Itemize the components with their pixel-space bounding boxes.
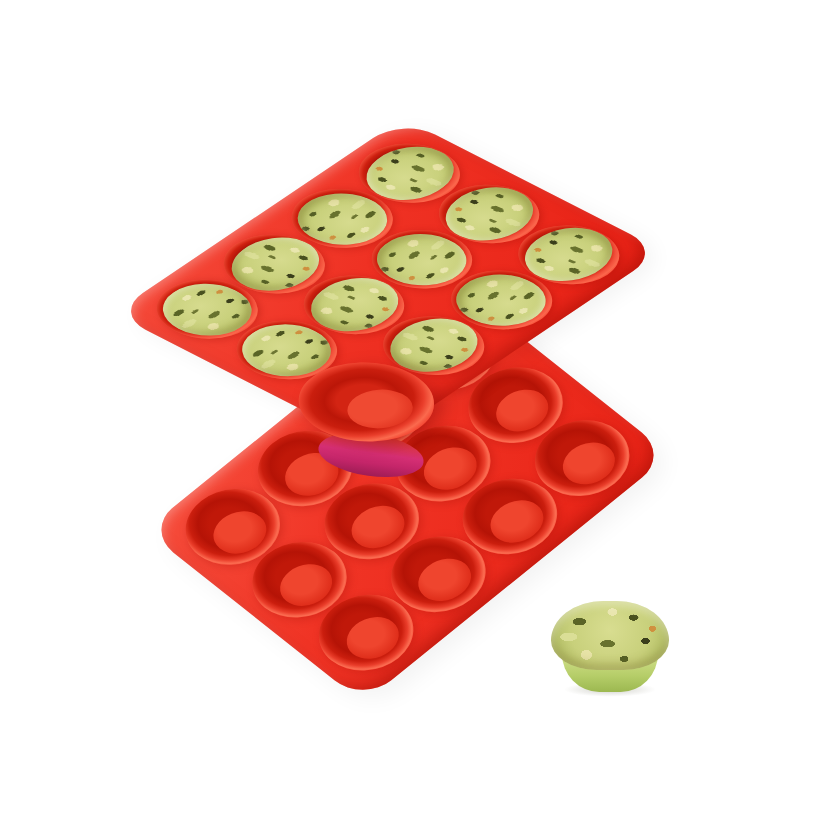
single-muffin	[551, 601, 669, 693]
product-photo-scene	[0, 0, 826, 826]
single-muffin-top	[551, 601, 669, 670]
